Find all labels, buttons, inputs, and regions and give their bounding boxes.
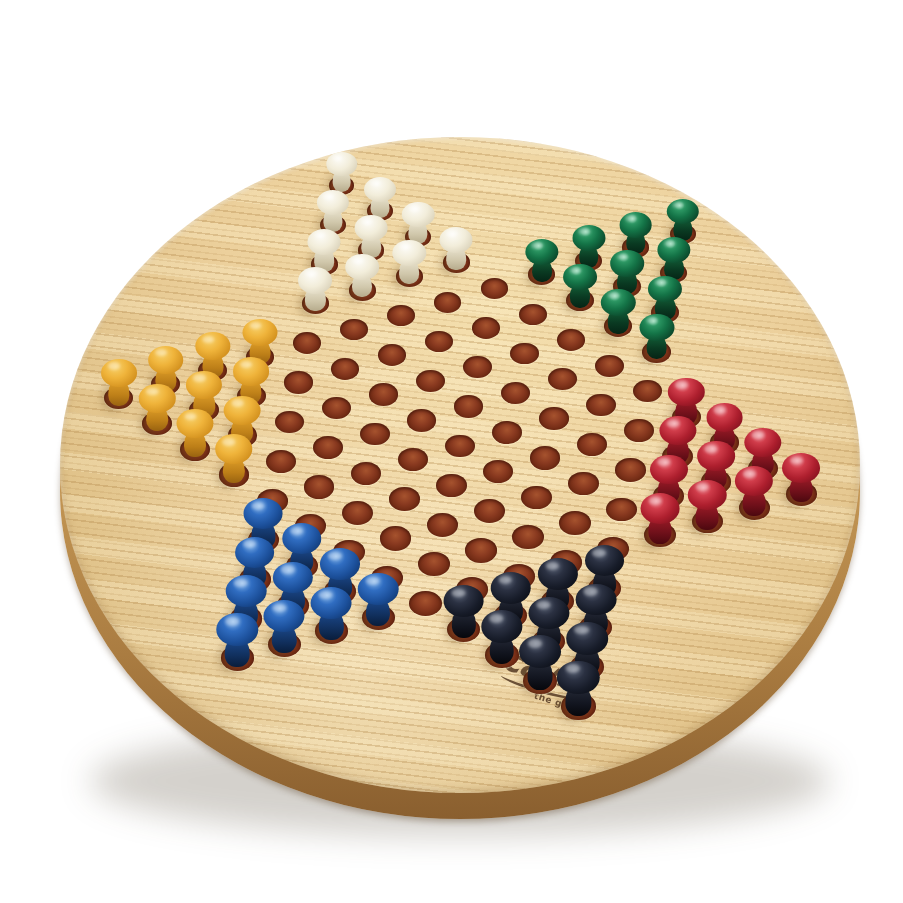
peg-cap — [326, 152, 357, 177]
peg-black — [557, 661, 599, 716]
peg-green — [657, 237, 690, 280]
hole — [313, 436, 343, 459]
peg-white — [364, 177, 396, 218]
hole — [436, 474, 467, 497]
peg-cap — [299, 267, 333, 294]
peg-blue — [217, 613, 258, 667]
hole — [266, 450, 296, 473]
peg-green — [639, 314, 674, 359]
peg-cap — [641, 493, 680, 523]
peg-cap — [282, 523, 321, 554]
peg-cap — [519, 635, 561, 668]
peg-cap — [585, 545, 625, 576]
peg-cap — [186, 371, 222, 399]
hole — [501, 382, 530, 404]
hole — [434, 292, 461, 313]
peg-cap — [393, 240, 426, 266]
peg-cap — [619, 212, 652, 238]
hole — [427, 513, 458, 537]
hole — [624, 419, 654, 442]
hole — [369, 383, 398, 405]
hole — [454, 395, 483, 417]
hole — [492, 421, 522, 444]
peg-cap — [215, 434, 253, 463]
peg-cap — [101, 359, 137, 387]
hole — [351, 462, 381, 485]
peg-red — [782, 453, 820, 502]
peg-cap — [358, 573, 399, 605]
hole — [284, 371, 313, 393]
peg-black — [519, 635, 561, 689]
peg-white — [299, 267, 333, 311]
peg-cap — [657, 237, 690, 263]
peg-white — [355, 215, 388, 258]
peg-cap — [273, 562, 313, 594]
hole — [293, 332, 321, 354]
peg-cap — [481, 610, 522, 642]
peg-cap — [440, 227, 473, 253]
peg-cap — [525, 239, 558, 265]
peg-cap — [177, 409, 214, 438]
peg-yellow — [101, 359, 137, 406]
product-photo-stage: cayro the games — [0, 0, 903, 903]
peg-green — [601, 289, 635, 334]
peg-blue — [264, 600, 305, 653]
hole — [481, 278, 508, 299]
peg-white — [317, 190, 349, 232]
hole — [342, 501, 373, 525]
peg-yellow — [215, 434, 253, 483]
peg-cap — [226, 575, 267, 607]
hole — [360, 423, 390, 446]
hole — [615, 458, 645, 481]
peg-cap — [139, 384, 175, 413]
peg-blue — [358, 573, 399, 626]
peg-yellow — [177, 409, 214, 457]
hole — [512, 525, 544, 549]
peg-cap — [666, 199, 698, 224]
hole — [586, 394, 615, 416]
peg-cap — [744, 428, 781, 457]
hole — [465, 538, 497, 562]
peg-cap — [688, 480, 727, 510]
hole — [304, 475, 335, 499]
peg-cap — [264, 600, 305, 632]
peg-cap — [648, 276, 682, 303]
peg-cap — [235, 537, 275, 568]
hole — [389, 487, 420, 511]
peg-cap — [224, 396, 261, 425]
peg-red — [688, 480, 727, 530]
peg-cap — [557, 661, 599, 694]
hole — [331, 358, 360, 380]
peg-cap — [528, 597, 569, 629]
peg-green — [563, 264, 597, 308]
hole — [445, 435, 475, 458]
peg-cap — [217, 613, 258, 645]
hole — [530, 446, 560, 469]
peg-white — [308, 229, 341, 272]
peg-cap — [320, 548, 360, 579]
hole — [409, 591, 442, 616]
peg-cap — [575, 584, 616, 616]
peg-cap — [668, 378, 704, 406]
peg-red — [735, 466, 773, 516]
peg-yellow — [139, 384, 175, 431]
peg-green — [666, 199, 698, 241]
peg-green — [619, 212, 652, 254]
peg-cap — [402, 202, 435, 227]
peg-cap — [566, 622, 608, 655]
hole — [463, 356, 492, 378]
hole — [557, 329, 585, 351]
peg-cap — [782, 453, 820, 483]
peg-cap — [195, 332, 230, 360]
peg-cap — [735, 466, 773, 496]
peg-cap — [490, 572, 531, 604]
peg-green — [525, 239, 558, 282]
hole — [559, 511, 590, 535]
peg-cap — [659, 416, 696, 445]
hole — [474, 499, 505, 523]
peg-cap — [572, 225, 605, 251]
peg-cap — [697, 441, 735, 471]
peg-cap — [233, 357, 269, 385]
peg-cap — [639, 314, 674, 341]
hole — [539, 407, 568, 430]
hole — [416, 370, 445, 392]
peg-red — [641, 493, 680, 543]
peg-green — [572, 225, 605, 268]
peg-white — [393, 240, 426, 283]
peg-cap — [610, 250, 644, 276]
hole — [595, 355, 624, 377]
hole — [519, 304, 547, 325]
peg-black — [481, 610, 522, 664]
peg-white — [402, 202, 435, 244]
hole — [380, 526, 412, 550]
peg-cap — [563, 264, 597, 291]
hole — [577, 433, 607, 456]
peg-blue — [311, 587, 352, 640]
peg-cap — [317, 190, 349, 215]
peg-cap — [242, 319, 277, 346]
hole — [407, 409, 437, 432]
peg-cap — [650, 455, 688, 485]
peg-green — [610, 250, 644, 294]
peg-cap — [311, 587, 352, 619]
peg-white — [326, 152, 357, 193]
peg-cap — [537, 558, 577, 590]
peg-white — [346, 254, 380, 298]
peg-cap — [244, 498, 283, 529]
peg-cap — [443, 585, 484, 617]
peg-cap — [601, 289, 635, 316]
peg-cap — [364, 177, 396, 202]
hole — [387, 305, 415, 326]
peg-cap — [346, 254, 380, 280]
peg-cap — [308, 229, 341, 255]
peg-cap — [706, 403, 743, 432]
peg-cap — [148, 346, 184, 374]
peg-black — [443, 585, 484, 638]
hole — [472, 317, 500, 338]
hole — [340, 319, 368, 340]
peg-cap — [355, 215, 388, 241]
peg-white — [440, 227, 473, 270]
hole — [510, 343, 538, 365]
hole — [521, 486, 552, 510]
